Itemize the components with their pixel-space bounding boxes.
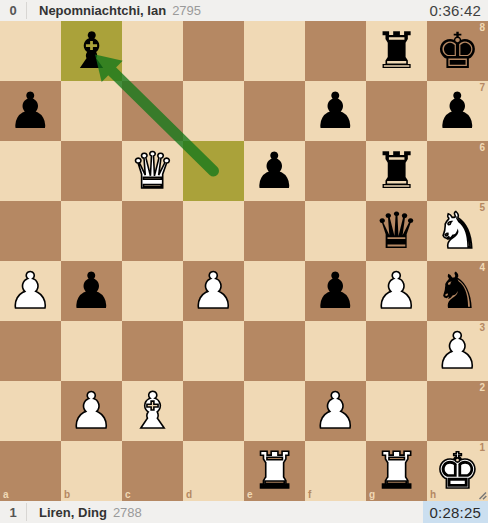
piece-white-pawn[interactable]: ♟ <box>305 381 366 441</box>
square-f3[interactable] <box>305 321 366 381</box>
square-d1[interactable]: d <box>183 441 244 501</box>
square-d4[interactable]: ♟ <box>183 261 244 321</box>
square-a3[interactable] <box>0 321 61 381</box>
square-b5[interactable] <box>61 201 122 261</box>
square-c3[interactable] <box>122 321 183 381</box>
square-f7[interactable]: ♟ <box>305 81 366 141</box>
board-number-bottom: 1 <box>0 505 26 520</box>
square-h6[interactable]: 6 <box>427 141 488 201</box>
square-h2[interactable]: 2 <box>427 381 488 441</box>
chess-board[interactable]: ♝♜♚8♟♟♟7♛♟♜6♛♞5♟♟♟♟♟♞4♟3♟♝♟2abcd♜ef♜g♚1h <box>0 21 488 501</box>
square-e7[interactable] <box>244 81 305 141</box>
square-d3[interactable] <box>183 321 244 381</box>
square-d5[interactable] <box>183 201 244 261</box>
square-a5[interactable] <box>0 201 61 261</box>
square-c7[interactable] <box>122 81 183 141</box>
coord-file-label: b <box>64 490 70 500</box>
square-f4[interactable]: ♟ <box>305 261 366 321</box>
square-c1[interactable]: c <box>122 441 183 501</box>
board-resize-handle[interactable] <box>477 490 487 500</box>
square-c8[interactable] <box>122 21 183 81</box>
square-f5[interactable] <box>305 201 366 261</box>
square-h8[interactable]: ♚8 <box>427 21 488 81</box>
chess-broadcast-panel: 0 Nepomniachtchi, Ian 2795 0:36:42 ♝♜♚8♟… <box>0 0 488 523</box>
square-g7[interactable] <box>366 81 427 141</box>
square-b3[interactable] <box>61 321 122 381</box>
piece-white-bishop[interactable]: ♝ <box>122 381 183 441</box>
square-g2[interactable] <box>366 381 427 441</box>
piece-black-pawn[interactable]: ♟ <box>305 81 366 141</box>
square-c4[interactable] <box>122 261 183 321</box>
coord-rank-label: 1 <box>479 443 485 453</box>
coord-rank-label: 2 <box>479 383 485 393</box>
square-e3[interactable] <box>244 321 305 381</box>
square-h7[interactable]: ♟7 <box>427 81 488 141</box>
coord-file-label: e <box>247 490 253 500</box>
square-b7[interactable] <box>61 81 122 141</box>
coord-rank-label: 8 <box>479 23 485 33</box>
piece-black-rook[interactable]: ♜ <box>366 141 427 201</box>
square-c5[interactable] <box>122 201 183 261</box>
square-g4[interactable]: ♟ <box>366 261 427 321</box>
square-h3[interactable]: ♟3 <box>427 321 488 381</box>
square-g5[interactable]: ♛ <box>366 201 427 261</box>
piece-black-bishop[interactable]: ♝ <box>61 21 122 81</box>
square-g8[interactable]: ♜ <box>366 21 427 81</box>
square-a7[interactable]: ♟ <box>0 81 61 141</box>
square-b2[interactable]: ♟ <box>61 381 122 441</box>
coord-file-label: c <box>125 490 131 500</box>
player-name-bottom: Liren, Ding <box>39 505 107 520</box>
piece-white-rook[interactable]: ♜ <box>366 441 427 501</box>
square-g3[interactable] <box>366 321 427 381</box>
square-e5[interactable] <box>244 201 305 261</box>
coord-rank-label: 3 <box>479 323 485 333</box>
coord-rank-label: 4 <box>479 263 485 273</box>
piece-white-queen[interactable]: ♛ <box>122 141 183 201</box>
board-number-top: 0 <box>0 3 26 18</box>
square-d6[interactable] <box>183 141 244 201</box>
piece-white-pawn[interactable]: ♟ <box>0 261 61 321</box>
coord-file-label: d <box>186 490 192 500</box>
square-f1[interactable]: f <box>305 441 366 501</box>
square-c6[interactable]: ♛ <box>122 141 183 201</box>
coord-rank-label: 6 <box>479 143 485 153</box>
coord-file-label: a <box>3 490 9 500</box>
coord-file-label: f <box>308 490 311 500</box>
square-b6[interactable] <box>61 141 122 201</box>
piece-white-rook[interactable]: ♜ <box>244 441 305 501</box>
square-d7[interactable] <box>183 81 244 141</box>
divider <box>26 2 27 19</box>
square-f8[interactable] <box>305 21 366 81</box>
player-bar-bottom: 1 Liren, Ding 2788 0:28:25 <box>0 501 488 523</box>
square-d8[interactable] <box>183 21 244 81</box>
coord-file-label: g <box>369 490 375 500</box>
square-a2[interactable] <box>0 381 61 441</box>
piece-black-pawn[interactable]: ♟ <box>305 261 366 321</box>
square-e2[interactable] <box>244 381 305 441</box>
piece-black-pawn[interactable]: ♟ <box>61 261 122 321</box>
clock-bottom: 0:28:25 <box>423 501 488 523</box>
square-g6[interactable]: ♜ <box>366 141 427 201</box>
square-f6[interactable] <box>305 141 366 201</box>
square-h4[interactable]: ♞4 <box>427 261 488 321</box>
square-e4[interactable] <box>244 261 305 321</box>
piece-white-pawn[interactable]: ♟ <box>366 261 427 321</box>
square-g1[interactable]: ♜g <box>366 441 427 501</box>
square-b4[interactable]: ♟ <box>61 261 122 321</box>
square-a6[interactable] <box>0 141 61 201</box>
piece-white-pawn[interactable]: ♟ <box>183 261 244 321</box>
square-e1[interactable]: ♜e <box>244 441 305 501</box>
square-f2[interactable]: ♟ <box>305 381 366 441</box>
square-h5[interactable]: ♞5 <box>427 201 488 261</box>
player-name-top: Nepomniachtchi, Ian <box>39 3 166 18</box>
square-a8[interactable] <box>0 21 61 81</box>
square-a4[interactable]: ♟ <box>0 261 61 321</box>
piece-black-pawn[interactable]: ♟ <box>0 81 61 141</box>
clock-top: 0:36:42 <box>423 0 488 21</box>
coord-rank-label: 5 <box>479 203 485 213</box>
player-rating-top: 2795 <box>172 3 201 18</box>
piece-black-pawn[interactable]: ♟ <box>244 141 305 201</box>
piece-black-queen[interactable]: ♛ <box>366 201 427 261</box>
piece-white-pawn[interactable]: ♟ <box>61 381 122 441</box>
square-b8[interactable]: ♝ <box>61 21 122 81</box>
square-b1[interactable]: b <box>61 441 122 501</box>
divider <box>26 503 27 521</box>
coord-rank-label: 7 <box>479 83 485 93</box>
piece-black-rook[interactable]: ♜ <box>366 21 427 81</box>
square-c2[interactable]: ♝ <box>122 381 183 441</box>
square-e8[interactable] <box>244 21 305 81</box>
player-bar-top: 0 Nepomniachtchi, Ian 2795 0:36:42 <box>0 0 488 21</box>
square-d2[interactable] <box>183 381 244 441</box>
square-a1[interactable]: a <box>0 441 61 501</box>
player-rating-bottom: 2788 <box>113 505 142 520</box>
coord-file-label: h <box>430 490 436 500</box>
square-e6[interactable]: ♟ <box>244 141 305 201</box>
